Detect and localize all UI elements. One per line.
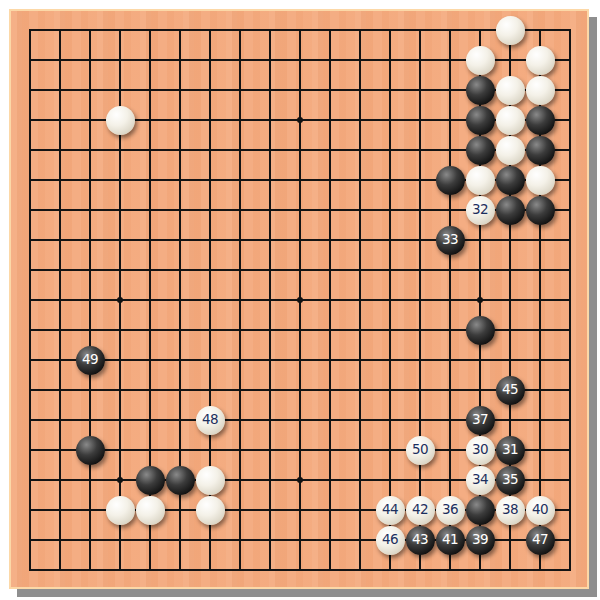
stone-move-number: 33 [442,233,458,247]
stone [466,496,495,525]
star-point [117,477,123,483]
stone [526,196,555,225]
grid-line-vertical [449,29,451,571]
stone-move-number: 46 [382,533,398,547]
stone: 46 [376,526,405,555]
stone: 32 [466,196,495,225]
stone [526,166,555,195]
stone [196,466,225,495]
grid-line-vertical [389,29,391,571]
stone [136,496,165,525]
grid-line-horizontal [29,569,571,571]
stone [106,106,135,135]
stone: 45 [496,376,525,405]
stone-move-number: 36 [442,503,458,517]
stone-move-number: 48 [202,413,218,427]
stone-move-number: 40 [532,503,548,517]
stone [496,76,525,105]
stone-move-number: 30 [472,443,488,457]
grid-line-vertical [569,29,571,571]
grid-line-vertical [359,29,361,571]
stone: 40 [526,496,555,525]
stone [526,46,555,75]
stone [166,466,195,495]
stone: 43 [406,526,435,555]
stone-move-number: 38 [502,503,518,517]
stone: 48 [196,406,225,435]
stone: 37 [466,406,495,435]
stone-move-number: 50 [412,443,428,457]
stone-move-number: 49 [82,353,98,367]
stone-move-number: 45 [502,383,518,397]
star-point [297,117,303,123]
stone [496,166,525,195]
stone [76,436,105,465]
stone-move-number: 32 [472,203,488,217]
stone: 38 [496,496,525,525]
stone-move-number: 35 [502,473,518,487]
stone [496,136,525,165]
stone-move-number: 44 [382,503,398,517]
stone: 49 [76,346,105,375]
grid-line-vertical [419,29,421,571]
stone: 42 [406,496,435,525]
star-point [297,477,303,483]
stone [496,106,525,135]
stone: 30 [466,436,495,465]
stone: 39 [466,526,495,555]
stone [466,136,495,165]
stone-move-number: 47 [532,533,548,547]
stone [466,106,495,135]
grid-line-horizontal [29,359,571,361]
stone [496,16,525,45]
star-point [297,297,303,303]
stone [526,136,555,165]
stone: 33 [436,226,465,255]
stone [196,496,225,525]
grid-line-vertical [329,29,331,571]
stone: 36 [436,496,465,525]
stone [436,166,465,195]
stone [466,166,495,195]
star-point [477,297,483,303]
stone-move-number: 39 [472,533,488,547]
stone-move-number: 41 [442,533,458,547]
stone [466,316,495,345]
stone [466,76,495,105]
stone [526,106,555,135]
stone-move-number: 34 [472,473,488,487]
grid-line-horizontal [29,389,571,391]
go-board[interactable]: 3233494548375030313435444236384046434139… [9,9,589,589]
stone-move-number: 31 [502,443,518,457]
stone: 47 [526,526,555,555]
stone [466,46,495,75]
stone-move-number: 37 [472,413,488,427]
stone: 31 [496,436,525,465]
stone [496,196,525,225]
stone: 50 [406,436,435,465]
star-point [117,297,123,303]
stone: 35 [496,466,525,495]
stone [526,76,555,105]
page-background: 3233494548375030313435444236384046434139… [0,0,600,600]
stone-move-number: 42 [412,503,428,517]
stone [106,496,135,525]
stone: 44 [376,496,405,525]
stone: 41 [436,526,465,555]
stone: 34 [466,466,495,495]
stone [136,466,165,495]
stone-move-number: 43 [412,533,428,547]
